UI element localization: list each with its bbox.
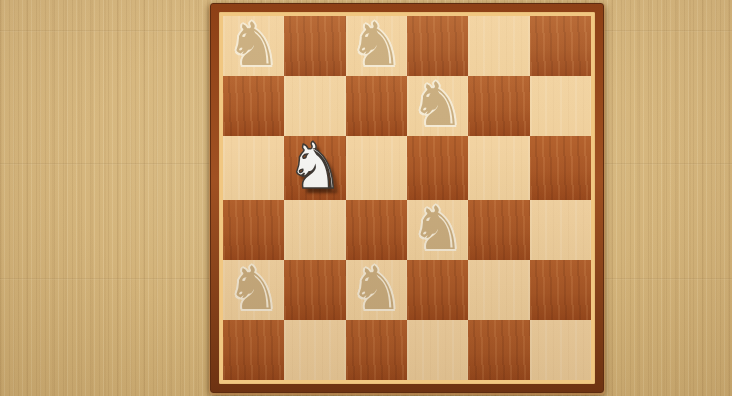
square-b2[interactable]: [284, 260, 345, 320]
square-e5[interactable]: [468, 76, 529, 136]
square-b6[interactable]: [284, 16, 345, 76]
square-c3[interactable]: [346, 200, 407, 260]
white-knight[interactable]: ♞: [286, 134, 343, 198]
square-c1[interactable]: [346, 320, 407, 380]
square-d5[interactable]: ♞: [407, 76, 468, 136]
square-e3[interactable]: [468, 200, 529, 260]
square-c2[interactable]: ♞: [346, 260, 407, 320]
square-a1[interactable]: [223, 320, 284, 380]
square-f5[interactable]: [530, 76, 591, 136]
square-a2[interactable]: ♞: [223, 260, 284, 320]
knight-move-hint-icon[interactable]: ♞: [227, 258, 281, 318]
square-d3[interactable]: ♞: [407, 200, 468, 260]
square-e1[interactable]: [468, 320, 529, 380]
square-c4[interactable]: [346, 136, 407, 200]
square-d6[interactable]: [407, 16, 468, 76]
square-b5[interactable]: [284, 76, 345, 136]
square-a4[interactable]: [223, 136, 284, 200]
square-f6[interactable]: [530, 16, 591, 76]
square-c5[interactable]: [346, 76, 407, 136]
knight-move-hint-icon[interactable]: ♞: [349, 258, 403, 318]
knight-move-hint-icon[interactable]: ♞: [411, 198, 465, 258]
square-c6[interactable]: ♞: [346, 16, 407, 76]
knight-move-hint-icon[interactable]: ♞: [349, 14, 403, 74]
square-e4[interactable]: [468, 136, 529, 200]
square-f1[interactable]: [530, 320, 591, 380]
square-b3[interactable]: [284, 200, 345, 260]
knight-move-hint-icon[interactable]: ♞: [227, 14, 281, 74]
square-b1[interactable]: [284, 320, 345, 380]
square-a5[interactable]: [223, 76, 284, 136]
square-f4[interactable]: [530, 136, 591, 200]
wood-table-background: ♞♞♞♞♞♞♞: [0, 0, 732, 396]
knight-move-hint-icon[interactable]: ♞: [411, 74, 465, 134]
square-d2[interactable]: [407, 260, 468, 320]
square-a3[interactable]: [223, 200, 284, 260]
square-d4[interactable]: [407, 136, 468, 200]
board-grid: ♞♞♞♞♞♞♞: [223, 16, 591, 380]
square-d1[interactable]: [407, 320, 468, 380]
square-f3[interactable]: [530, 200, 591, 260]
square-a6[interactable]: ♞: [223, 16, 284, 76]
square-e6[interactable]: [468, 16, 529, 76]
square-b4[interactable]: ♞: [284, 136, 345, 200]
chess-board: ♞♞♞♞♞♞♞: [210, 3, 604, 393]
square-f2[interactable]: [530, 260, 591, 320]
square-e2[interactable]: [468, 260, 529, 320]
